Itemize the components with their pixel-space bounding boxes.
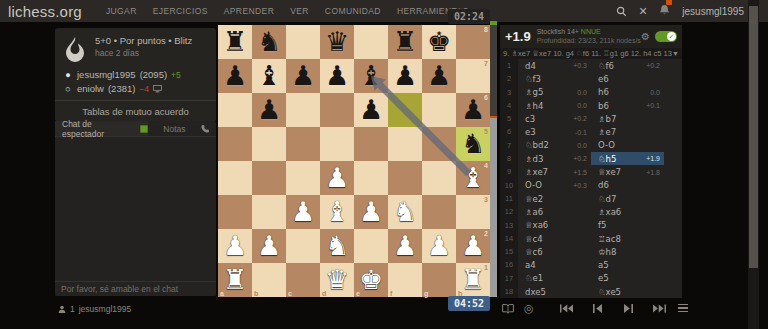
rank-label-6: 6 xyxy=(484,94,488,101)
file-label-b: b xyxy=(254,290,258,297)
spectator-names[interactable]: jesusmgl1995 xyxy=(79,304,131,314)
close-icon[interactable]: × xyxy=(639,6,647,16)
piece-white-pawn[interactable]: ♟ xyxy=(286,195,320,229)
square-b8[interactable]: ♞ xyxy=(252,25,286,59)
move-row-15: 15♕c6♔h8 xyxy=(500,245,682,258)
move-row-2: 2♘f3e6 xyxy=(500,72,682,85)
move-row-18: 18dxe5♘xe5 xyxy=(500,285,682,298)
rank-label-3: 3 xyxy=(484,196,488,203)
chat-toggle[interactable] xyxy=(140,125,148,133)
square-h6[interactable]: ♟6 xyxy=(456,93,490,127)
move-13-black[interactable]: f5 xyxy=(591,219,664,232)
move-18-white[interactable]: dxe5 xyxy=(518,285,591,298)
square-c8[interactable] xyxy=(286,25,320,59)
square-d1[interactable]: ♛d xyxy=(320,263,354,297)
move-san: e3 xyxy=(525,127,536,137)
main-menu: JUGAR EJERCICIOS APRENDER VER COMUNIDAD … xyxy=(106,6,469,16)
eval-gauge-white-portion xyxy=(490,117,497,297)
square-e3[interactable]: ♟ xyxy=(354,195,388,229)
rank-label-1: 1 xyxy=(484,264,488,271)
move-eval: +0.1 xyxy=(646,102,664,109)
move-san: O-O xyxy=(598,140,615,150)
square-f3[interactable]: ♞ xyxy=(388,195,422,229)
piece-black-pawn[interactable]: ♟ xyxy=(320,59,354,93)
move-row-1: 1d4+0.3♘f6+0.2 xyxy=(500,59,682,72)
square-e2[interactable] xyxy=(354,229,388,263)
jump-last-icon[interactable] xyxy=(653,304,666,313)
move-eval: +0.2 xyxy=(573,115,591,122)
clock-black: 02:24 xyxy=(448,9,490,24)
move-number: 18 xyxy=(500,285,518,298)
square-b7[interactable]: ♝ xyxy=(252,59,286,93)
username[interactable]: jesusmgl1995 xyxy=(682,6,744,17)
phone-icon[interactable] xyxy=(201,124,210,133)
square-a8[interactable]: ♜ xyxy=(218,25,252,59)
move-san: ♕c6 xyxy=(525,247,543,257)
move-san: ♕c4 xyxy=(525,234,543,244)
square-a4[interactable] xyxy=(218,161,252,195)
chat-input[interactable]: Por favor, sé amable en el chat xyxy=(55,281,216,296)
move-list[interactable]: 1d4+0.3♘f6+0.22♘f3e63♗g50.0h60.04♗h40.0b… xyxy=(500,59,682,298)
eval-gauge-cap xyxy=(490,21,497,25)
move-san: ♗e7 xyxy=(598,127,616,137)
move-san: f5 xyxy=(598,220,606,230)
move-4-black[interactable]: b6+0.1 xyxy=(591,99,664,112)
practice-icon[interactable]: ◎ xyxy=(524,303,534,314)
chat-box: Chat de espectador Notas Por favor, sé a… xyxy=(55,121,216,296)
move-number: 16 xyxy=(500,258,518,271)
player-black-rating: (2381) xyxy=(108,83,135,94)
square-g7[interactable]: ♟ xyxy=(422,59,456,93)
move-eval: 0.0 xyxy=(577,102,591,109)
menu-item-jugar[interactable]: JUGAR xyxy=(106,6,137,16)
page-scrollbar[interactable] xyxy=(748,0,759,329)
rank-label-2: 2 xyxy=(484,230,488,237)
player-white-rating-delta: +5 xyxy=(171,70,181,80)
move-row-4: 4♗h40.0b6+0.1 xyxy=(500,99,682,112)
black-color-icon: ○ xyxy=(63,84,73,94)
square-b5[interactable] xyxy=(252,127,286,161)
move-san: ♕xa6 xyxy=(525,220,548,230)
piece-black-pawn[interactable]: ♟ xyxy=(388,59,422,93)
move-number: 6 xyxy=(500,125,518,138)
move-row-8: 8♗d3+0.2♘h5+1.9 xyxy=(500,152,682,165)
rank-label-4: 4 xyxy=(484,162,488,169)
rank-label-8: 8 xyxy=(484,26,488,33)
jump-next-icon[interactable] xyxy=(624,304,633,313)
move-san: ♗xa6 xyxy=(598,207,621,217)
move-18-black[interactable]: ♘xe5 xyxy=(591,285,664,298)
move-5-black[interactable]: ♗b7 xyxy=(591,112,664,125)
game-meta-box: 5+0 • Por puntos • Blitz hace 2 días ● j… xyxy=(55,28,216,122)
lichess-logo[interactable]: lichess.org xyxy=(8,3,82,20)
move-san: O-O xyxy=(525,180,542,190)
square-h1[interactable]: ♜1h xyxy=(456,263,490,297)
move-17-black[interactable]: e5 xyxy=(591,272,664,285)
square-h3[interactable]: 3 xyxy=(456,195,490,229)
square-c7[interactable]: ♟ xyxy=(286,59,320,93)
search-icon[interactable] xyxy=(616,6,627,17)
square-b3[interactable] xyxy=(252,195,286,229)
eval-gauge xyxy=(490,25,497,297)
piece-white-pawn[interactable]: ♟ xyxy=(354,195,388,229)
move-row-3: 3♗g50.0h60.0 xyxy=(500,86,682,99)
engine-toggle-knob: ✓ xyxy=(667,32,676,41)
move-16-black[interactable]: a5 xyxy=(591,258,664,271)
move-eval: 0.0 xyxy=(577,142,591,149)
square-g4[interactable] xyxy=(422,161,456,195)
analysis-panel: +1.9 Stockfish 14+ NNUE Profundidad: 23/… xyxy=(500,25,682,298)
square-f1[interactable]: f xyxy=(388,263,422,297)
file-label-c: c xyxy=(288,290,292,297)
square-g8[interactable]: ♚ xyxy=(422,25,456,59)
tab-spectator-chat[interactable]: Chat de espectador xyxy=(55,121,148,136)
move-san: dxe5 xyxy=(525,287,546,297)
white-color-icon: ● xyxy=(63,70,73,80)
move-2-black[interactable]: e6 xyxy=(591,72,664,85)
move-san: a4 xyxy=(525,260,536,270)
move-san: ♘d7 xyxy=(598,194,616,204)
menu-item-comunidad[interactable]: COMUNIDAD xyxy=(325,6,381,16)
move-eval: -0.1 xyxy=(575,129,591,136)
move-san: ♘f6 xyxy=(598,61,614,71)
square-d7[interactable]: ♟ xyxy=(320,59,354,93)
player-white-name[interactable]: jesusmgl1995 xyxy=(77,69,136,80)
move-row-12: 12♗a6♗xa6 xyxy=(500,205,682,218)
move-15-black[interactable]: ♔h8 xyxy=(591,245,664,258)
jump-first-icon[interactable] xyxy=(560,304,573,313)
file-label-h: h xyxy=(458,290,462,297)
time-control: 5+0 • Por puntos • Blitz xyxy=(95,35,192,46)
square-f7[interactable]: ♟ xyxy=(388,59,422,93)
person-icon xyxy=(58,305,66,313)
move-number: 8 xyxy=(500,152,518,165)
pv-expand-icon[interactable]: ▼ xyxy=(672,50,679,57)
engine-name: Stockfish 14+ NNUE xyxy=(537,28,641,37)
move-san: ♗g5 xyxy=(525,87,543,97)
move-number: 4 xyxy=(500,99,518,112)
rank-label-5: 5 xyxy=(484,128,488,135)
spectator-count: 1 xyxy=(70,304,75,314)
move-number: 2 xyxy=(500,72,518,85)
piece-black-queen[interactable]: ♛ xyxy=(320,25,354,59)
move-9-black[interactable]: ♕xe7+1.8 xyxy=(591,165,664,178)
move-1-white[interactable]: d4+0.3 xyxy=(518,59,591,72)
nnue-label: NNUE xyxy=(581,28,601,35)
move-san: b6 xyxy=(598,101,609,111)
move-eval: +0.3 xyxy=(573,182,591,189)
square-d2[interactable]: ♞ xyxy=(320,229,354,263)
square-g3[interactable] xyxy=(422,195,456,229)
move-14-white[interactable]: ♕c4 xyxy=(518,232,591,245)
piece-black-pawn[interactable]: ♟ xyxy=(252,93,286,127)
move-eval: +0.2 xyxy=(573,155,591,162)
piece-black-knight[interactable]: ♞ xyxy=(252,25,286,59)
piece-white-knight[interactable]: ♞ xyxy=(320,229,354,263)
move-5-white[interactable]: c3+0.2 xyxy=(518,112,591,125)
move-eval: +0.2 xyxy=(646,62,664,69)
engine-pv-row[interactable]: 9. ♗xe7 ♕xe7 10. g4 ♘f6 11. ♖g1 g6 12. h… xyxy=(500,48,682,59)
move-san: ♖ac8 xyxy=(598,234,621,244)
square-a2[interactable]: ♟ xyxy=(218,229,252,263)
move-san: ♘e1 xyxy=(525,273,543,283)
move-row-7: 7♘bd20.0O-O xyxy=(500,139,682,152)
square-b1[interactable]: b xyxy=(252,263,286,297)
clock-white: 04:52 xyxy=(448,296,490,311)
move-san: ♕xe7 xyxy=(598,167,621,177)
move-row-10: 10O-O+0.3d6 xyxy=(500,179,682,192)
square-a1[interactable]: ♜a xyxy=(218,263,252,297)
move-row-13: 13♕xa6f5 xyxy=(500,219,682,232)
player-black-name[interactable]: eniolw xyxy=(77,83,104,94)
move-san: e6 xyxy=(598,74,609,84)
square-a7[interactable]: ♟ xyxy=(218,59,252,93)
computer-icon xyxy=(153,85,162,93)
square-g5[interactable] xyxy=(422,127,456,161)
square-g6[interactable] xyxy=(422,93,456,127)
move-san: ♗b7 xyxy=(598,114,616,124)
move-san: ♕e2 xyxy=(525,194,543,204)
move-number: 5 xyxy=(500,112,518,125)
engine-header: +1.9 Stockfish 14+ NNUE Profundidad: 23/… xyxy=(500,25,682,48)
blitz-flame-icon xyxy=(63,36,87,66)
square-f8[interactable]: ♜ xyxy=(388,25,422,59)
move-1-black[interactable]: ♘f6+0.2 xyxy=(591,59,664,72)
move-row-17: 17♘e1e5 xyxy=(500,272,682,285)
move-san: ♘bd2 xyxy=(525,140,549,150)
tab-chat-label: Chat de espectador xyxy=(62,119,135,139)
move-14-black[interactable]: ♖ac8 xyxy=(591,232,664,245)
spectator-list: 1 jesusmgl1995 xyxy=(58,304,131,314)
square-c6[interactable] xyxy=(286,93,320,127)
square-g2[interactable]: ♟ xyxy=(422,229,456,263)
move-number: 12 xyxy=(500,205,518,218)
move-san: c3 xyxy=(525,114,535,124)
square-c1[interactable]: c xyxy=(286,263,320,297)
square-c5[interactable] xyxy=(286,127,320,161)
piece-white-pawn[interactable]: ♟ xyxy=(218,229,252,263)
move-15-white[interactable]: ♕c6 xyxy=(518,245,591,258)
player-white-row[interactable]: ● jesusmgl1995 (2095) +5 xyxy=(63,69,208,80)
move-san: ♘f3 xyxy=(525,74,541,84)
piece-white-pawn[interactable]: ♟ xyxy=(252,229,286,263)
move-number: 15 xyxy=(500,245,518,258)
square-a5[interactable] xyxy=(218,127,252,161)
square-b2[interactable]: ♟ xyxy=(252,229,286,263)
move-12-black[interactable]: ♗xa6 xyxy=(591,205,664,218)
square-d4[interactable]: ♟ xyxy=(320,161,354,195)
square-e7[interactable]: ♝ xyxy=(354,59,388,93)
scrollbar-thumb[interactable] xyxy=(749,6,758,268)
player-white-rating: (2095) xyxy=(140,69,167,80)
move-san: ♔h8 xyxy=(598,247,616,257)
move-row-5: 5c3+0.2♗b7 xyxy=(500,112,682,125)
move-san: d4 xyxy=(525,61,536,71)
move-san: ♗h4 xyxy=(525,101,543,111)
move-san: h6 xyxy=(598,87,609,97)
move-16-white[interactable]: a4 xyxy=(518,258,591,271)
piece-white-pawn[interactable]: ♟ xyxy=(388,229,422,263)
menu-item-ver[interactable]: VER xyxy=(290,6,309,16)
move-17-white[interactable]: ♘e1 xyxy=(518,272,591,285)
square-h4[interactable]: ♝4 xyxy=(456,161,490,195)
chess-board[interactable]: ♜♞♛♜♚8♟♝♟♟♝♟♟7♟♟♟6♞5♟♝4♟♝♟♞3♟♟♞♟♟♟2♜abc♛… xyxy=(218,25,490,297)
chat-messages xyxy=(55,137,216,281)
move-10-black[interactable]: d6 xyxy=(591,179,664,192)
square-a6[interactable] xyxy=(218,93,252,127)
square-f2[interactable]: ♟ xyxy=(388,229,422,263)
piece-black-pawn[interactable]: ♟ xyxy=(218,59,252,93)
square-d5[interactable] xyxy=(320,127,354,161)
square-f5[interactable] xyxy=(388,127,422,161)
square-c3[interactable]: ♟ xyxy=(286,195,320,229)
move-eval: +0.3 xyxy=(573,62,591,69)
piece-white-pawn[interactable]: ♟ xyxy=(320,161,354,195)
move-number: 10 xyxy=(500,179,518,192)
opening-book-icon[interactable] xyxy=(502,303,514,314)
piece-black-king[interactable]: ♚ xyxy=(422,25,456,59)
square-h5[interactable]: ♞5 xyxy=(456,127,490,161)
file-label-a: a xyxy=(220,290,224,297)
square-h2[interactable]: ♟2 xyxy=(456,229,490,263)
piece-black-pawn[interactable]: ♟ xyxy=(286,59,320,93)
square-h8[interactable]: 8 xyxy=(456,25,490,59)
file-label-e: e xyxy=(356,290,360,297)
piece-black-bishop[interactable]: ♝ xyxy=(354,59,388,93)
move-eval: +1.5 xyxy=(573,169,591,176)
player-black-rating-delta: −4 xyxy=(139,84,149,94)
file-label-f: f xyxy=(390,290,392,297)
engine-depth: Profundidad: 23/23, 211k nodes/s xyxy=(537,37,641,46)
move-9-white[interactable]: ♗xe7+1.5 xyxy=(518,165,591,178)
move-7-black[interactable]: O-O xyxy=(591,139,664,152)
move-san: ♘xe5 xyxy=(598,287,621,297)
move-san: ♗a6 xyxy=(525,207,543,217)
square-b4[interactable] xyxy=(252,161,286,195)
piece-white-pawn[interactable]: ♟ xyxy=(422,229,456,263)
engine-pv[interactable]: 9. ♗xe7 ♕xe7 10. g4 ♘f6 11. ♖g1 g6 12. h… xyxy=(503,49,672,58)
move-7-white[interactable]: ♘bd20.0 xyxy=(518,139,591,152)
engine-toggle[interactable]: ✓ xyxy=(655,31,677,42)
move-san: ♗d3 xyxy=(525,154,543,164)
move-san: e5 xyxy=(598,273,609,283)
move-number: 9 xyxy=(500,165,518,178)
move-11-white[interactable]: ♕e2 xyxy=(518,192,591,205)
square-d6[interactable] xyxy=(320,93,354,127)
file-label-d: d xyxy=(322,290,326,297)
menu-hamburger-icon[interactable] xyxy=(678,304,688,313)
jump-prev-icon[interactable] xyxy=(593,304,602,313)
square-d8[interactable]: ♛ xyxy=(320,25,354,59)
square-c2[interactable] xyxy=(286,229,320,263)
square-b6[interactable]: ♟ xyxy=(252,93,286,127)
move-3-black[interactable]: h60.0 xyxy=(591,86,664,99)
move-6-white[interactable]: e3-0.1 xyxy=(518,125,591,138)
move-row-9: 9♗xe7+1.5♕xe7+1.8 xyxy=(500,165,682,178)
engine-eval: +1.9 xyxy=(505,29,531,44)
game-date[interactable]: hace 2 días xyxy=(95,48,192,58)
tab-notes[interactable]: Notas xyxy=(148,124,201,134)
square-g1[interactable]: g xyxy=(422,263,456,297)
move-13-white[interactable]: ♕xa6 xyxy=(518,219,591,232)
move-4-white[interactable]: ♗h40.0 xyxy=(518,99,591,112)
square-a3[interactable] xyxy=(218,195,252,229)
piece-white-bishop[interactable]: ♝ xyxy=(320,195,354,229)
menu-item-aprender[interactable]: APRENDER xyxy=(224,6,274,16)
move-row-16: 16a4a5 xyxy=(500,258,682,271)
square-f6[interactable] xyxy=(388,93,422,127)
square-e1[interactable]: ♚e xyxy=(354,263,388,297)
move-san: d6 xyxy=(598,180,609,190)
move-6-black[interactable]: ♗e7 xyxy=(591,125,664,138)
move-san: a5 xyxy=(598,260,609,270)
menu-item-ejercicios[interactable]: EJERCICIOS xyxy=(153,6,208,16)
piece-black-rook[interactable]: ♜ xyxy=(388,25,422,59)
move-number: 17 xyxy=(500,272,518,285)
move-number: 11 xyxy=(500,192,518,205)
square-d3[interactable]: ♝ xyxy=(320,195,354,229)
piece-black-rook[interactable]: ♜ xyxy=(218,25,252,59)
move-number: 7 xyxy=(500,139,518,152)
move-row-11: 11♕e2♘d7 xyxy=(500,192,682,205)
move-12-white[interactable]: ♗a6 xyxy=(518,205,591,218)
move-8-black[interactable]: ♘h5+1.9 xyxy=(591,152,664,165)
move-san: ♗xe7 xyxy=(525,167,548,177)
move-number: 13 xyxy=(500,219,518,232)
eval-gauge-tick xyxy=(490,116,497,118)
square-h7[interactable]: 7 xyxy=(456,59,490,93)
file-label-g: g xyxy=(424,290,428,297)
move-row-6: 6e3-0.1♗e7 xyxy=(500,125,682,138)
move-san: ♘h5 xyxy=(598,154,616,164)
move-number: 3 xyxy=(500,86,518,99)
notification-badge xyxy=(666,0,672,5)
move-11-black[interactable]: ♘d7 xyxy=(591,192,664,205)
square-e5[interactable] xyxy=(354,127,388,161)
move-eval: +1.8 xyxy=(646,169,664,176)
piece-white-knight[interactable]: ♞ xyxy=(388,195,422,229)
piece-black-bishop[interactable]: ♝ xyxy=(252,59,286,93)
analysis-controls: ◎ xyxy=(500,300,682,316)
square-c4[interactable] xyxy=(286,161,320,195)
notification-bell-icon[interactable] xyxy=(659,2,670,20)
piece-black-pawn[interactable]: ♟ xyxy=(354,93,388,127)
move-eval: +1.9 xyxy=(646,155,664,162)
move-number: 14 xyxy=(500,232,518,245)
move-2-white[interactable]: ♘f3 xyxy=(518,72,591,85)
move-number: 1 xyxy=(500,59,518,72)
move-8-white[interactable]: ♗d3+0.2 xyxy=(518,152,591,165)
square-f4[interactable] xyxy=(388,161,422,195)
move-eval: 0.0 xyxy=(577,89,591,96)
square-e6[interactable]: ♟ xyxy=(354,93,388,127)
square-e8[interactable] xyxy=(354,25,388,59)
topbar: lichess.org JUGAR EJERCICIOS APRENDER VE… xyxy=(0,0,768,22)
gear-icon[interactable]: ⚙ xyxy=(641,31,650,42)
move-3-white[interactable]: ♗g50.0 xyxy=(518,86,591,99)
move-row-14: 14♕c4♖ac8 xyxy=(500,232,682,245)
move-10-white[interactable]: O-O+0.3 xyxy=(518,179,591,192)
rank-label-7: 7 xyxy=(484,60,488,67)
move-eval: 0.0 xyxy=(650,89,664,96)
square-e4[interactable] xyxy=(354,161,388,195)
piece-black-pawn[interactable]: ♟ xyxy=(422,59,456,93)
player-black-row[interactable]: ○ eniolw (2381) −4 xyxy=(63,83,208,94)
